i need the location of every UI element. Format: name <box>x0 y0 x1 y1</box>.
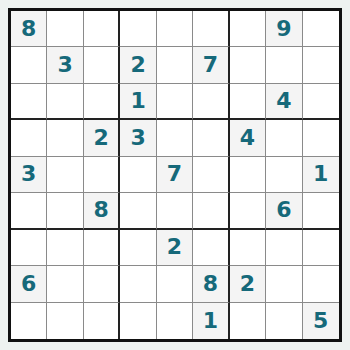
cell-r1c6[interactable] <box>193 11 229 47</box>
cell-r7c7[interactable] <box>230 230 266 266</box>
cell-r1c7[interactable] <box>230 11 266 47</box>
cell-r2c8[interactable] <box>266 47 302 83</box>
cell-r3c5[interactable] <box>157 84 193 120</box>
cell-r2c9[interactable] <box>303 47 339 83</box>
cell-r8c6[interactable]: 8 <box>193 266 229 302</box>
cell-r5c7[interactable] <box>230 157 266 193</box>
cell-r5c9[interactable]: 1 <box>303 157 339 193</box>
cell-r5c8[interactable] <box>266 157 302 193</box>
cell-r2c4[interactable]: 2 <box>120 47 156 83</box>
cell-r4c4[interactable]: 3 <box>120 120 156 156</box>
cell-r6c6[interactable] <box>193 193 229 229</box>
cell-r3c3[interactable] <box>84 84 120 120</box>
cell-r8c8[interactable] <box>266 266 302 302</box>
cell-r1c1[interactable]: 8 <box>11 11 47 47</box>
cell-r4c8[interactable] <box>266 120 302 156</box>
cell-r5c1[interactable]: 3 <box>11 157 47 193</box>
cell-r1c5[interactable] <box>157 11 193 47</box>
cell-r4c2[interactable] <box>47 120 83 156</box>
cell-r1c8[interactable]: 9 <box>266 11 302 47</box>
cell-r1c2[interactable] <box>47 11 83 47</box>
cell-r7c2[interactable] <box>47 230 83 266</box>
cell-r9c9[interactable]: 5 <box>303 303 339 339</box>
cell-r3c2[interactable] <box>47 84 83 120</box>
cell-r6c7[interactable] <box>230 193 266 229</box>
cell-r3c4[interactable]: 1 <box>120 84 156 120</box>
cell-r6c1[interactable] <box>11 193 47 229</box>
cell-r4c7[interactable]: 4 <box>230 120 266 156</box>
cell-r8c7[interactable]: 2 <box>230 266 266 302</box>
cell-r9c5[interactable] <box>157 303 193 339</box>
cell-r5c4[interactable] <box>120 157 156 193</box>
cell-r4c9[interactable] <box>303 120 339 156</box>
cell-r4c3[interactable]: 2 <box>84 120 120 156</box>
cell-r1c4[interactable] <box>120 11 156 47</box>
cell-r7c4[interactable] <box>120 230 156 266</box>
cell-r9c4[interactable] <box>120 303 156 339</box>
cell-r4c1[interactable] <box>11 120 47 156</box>
cell-r8c3[interactable] <box>84 266 120 302</box>
cell-r6c3[interactable]: 8 <box>84 193 120 229</box>
page: 893271423437186268215 <box>0 0 350 350</box>
cell-r3c6[interactable] <box>193 84 229 120</box>
cell-r3c1[interactable] <box>11 84 47 120</box>
cell-r3c9[interactable] <box>303 84 339 120</box>
cell-r2c7[interactable] <box>230 47 266 83</box>
cell-r8c1[interactable]: 6 <box>11 266 47 302</box>
sudoku-board: 893271423437186268215 <box>8 8 342 342</box>
cell-r6c4[interactable] <box>120 193 156 229</box>
cell-r3c8[interactable]: 4 <box>266 84 302 120</box>
cell-r5c2[interactable] <box>47 157 83 193</box>
cell-r2c3[interactable] <box>84 47 120 83</box>
cell-r6c5[interactable] <box>157 193 193 229</box>
cell-r6c2[interactable] <box>47 193 83 229</box>
cell-r6c8[interactable]: 6 <box>266 193 302 229</box>
cell-r7c5[interactable]: 2 <box>157 230 193 266</box>
cell-r5c5[interactable]: 7 <box>157 157 193 193</box>
cell-r8c4[interactable] <box>120 266 156 302</box>
cell-r6c9[interactable] <box>303 193 339 229</box>
cell-r9c7[interactable] <box>230 303 266 339</box>
cell-r4c6[interactable] <box>193 120 229 156</box>
cell-r9c1[interactable] <box>11 303 47 339</box>
cell-r2c5[interactable] <box>157 47 193 83</box>
cell-r7c9[interactable] <box>303 230 339 266</box>
cell-r7c3[interactable] <box>84 230 120 266</box>
cell-r4c5[interactable] <box>157 120 193 156</box>
cell-r1c3[interactable] <box>84 11 120 47</box>
cell-r9c8[interactable] <box>266 303 302 339</box>
cell-r7c1[interactable] <box>11 230 47 266</box>
cell-r7c8[interactable] <box>266 230 302 266</box>
cell-r2c2[interactable]: 3 <box>47 47 83 83</box>
cell-r9c3[interactable] <box>84 303 120 339</box>
cell-r7c6[interactable] <box>193 230 229 266</box>
cell-r2c6[interactable]: 7 <box>193 47 229 83</box>
cell-r5c6[interactable] <box>193 157 229 193</box>
cell-r1c9[interactable] <box>303 11 339 47</box>
cell-r2c1[interactable] <box>11 47 47 83</box>
cell-r9c2[interactable] <box>47 303 83 339</box>
cell-r8c9[interactable] <box>303 266 339 302</box>
cell-r5c3[interactable] <box>84 157 120 193</box>
cell-r3c7[interactable] <box>230 84 266 120</box>
cell-r8c2[interactable] <box>47 266 83 302</box>
cell-r9c6[interactable]: 1 <box>193 303 229 339</box>
cell-r8c5[interactable] <box>157 266 193 302</box>
